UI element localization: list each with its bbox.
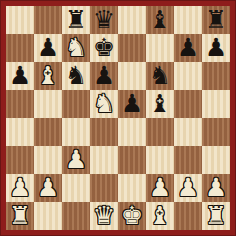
chess-board: ♜♛♝♜♟♞♚♟♟♟♝♞♟♞♞♟♝♟♟♟♟♟♟♜♛♚♝♜: [6, 6, 230, 230]
square-g3[interactable]: [174, 146, 202, 174]
white-pawn-f2: ♟: [149, 174, 171, 202]
square-g8[interactable]: [174, 6, 202, 34]
square-d6[interactable]: ♟: [90, 62, 118, 90]
square-b5[interactable]: [34, 90, 62, 118]
square-f6[interactable]: ♞: [146, 62, 174, 90]
white-bishop-b6: ♝: [37, 62, 59, 90]
square-d3[interactable]: [90, 146, 118, 174]
white-pawn-c3: ♟: [65, 146, 87, 174]
black-pawn-a6: ♟: [9, 62, 31, 90]
square-b4[interactable]: [34, 118, 62, 146]
black-pawn-d6: ♟: [93, 62, 115, 90]
black-pawn-b7: ♟: [37, 34, 59, 62]
square-b3[interactable]: [34, 146, 62, 174]
square-h4[interactable]: [202, 118, 230, 146]
chess-board-frame: ♜♛♝♜♟♞♚♟♟♟♝♞♟♞♞♟♝♟♟♟♟♟♟♜♛♚♝♜: [0, 0, 236, 236]
square-a5[interactable]: [6, 90, 34, 118]
square-g6[interactable]: [174, 62, 202, 90]
black-pawn-h7: ♟: [205, 34, 227, 62]
square-e1[interactable]: ♚: [118, 202, 146, 230]
black-bishop-f5: ♝: [149, 90, 171, 118]
square-c3[interactable]: ♟: [62, 146, 90, 174]
square-c1[interactable]: [62, 202, 90, 230]
square-e3[interactable]: [118, 146, 146, 174]
square-h2[interactable]: ♟: [202, 174, 230, 202]
white-pawn-a2: ♟: [9, 174, 31, 202]
black-knight-f6: ♞: [149, 62, 171, 90]
square-c6[interactable]: ♞: [62, 62, 90, 90]
square-a1[interactable]: ♜: [6, 202, 34, 230]
square-c8[interactable]: ♜: [62, 6, 90, 34]
square-c2[interactable]: [62, 174, 90, 202]
white-knight-c7: ♞: [65, 34, 87, 62]
square-e7[interactable]: [118, 34, 146, 62]
square-h8[interactable]: ♜: [202, 6, 230, 34]
square-a8[interactable]: [6, 6, 34, 34]
square-c5[interactable]: [62, 90, 90, 118]
square-f8[interactable]: ♝: [146, 6, 174, 34]
white-pawn-h2: ♟: [205, 174, 227, 202]
square-a2[interactable]: ♟: [6, 174, 34, 202]
square-e5[interactable]: ♟: [118, 90, 146, 118]
square-d2[interactable]: [90, 174, 118, 202]
black-knight-c6: ♞: [65, 62, 87, 90]
black-rook-h8: ♜: [205, 6, 227, 34]
black-bishop-f8: ♝: [149, 6, 171, 34]
square-d4[interactable]: [90, 118, 118, 146]
square-e8[interactable]: [118, 6, 146, 34]
square-f4[interactable]: [146, 118, 174, 146]
black-pawn-e5: ♟: [121, 90, 143, 118]
square-h3[interactable]: [202, 146, 230, 174]
white-pawn-b2: ♟: [37, 174, 59, 202]
square-a3[interactable]: [6, 146, 34, 174]
square-f1[interactable]: ♝: [146, 202, 174, 230]
white-knight-d5: ♞: [93, 90, 115, 118]
square-f7[interactable]: [146, 34, 174, 62]
square-b2[interactable]: ♟: [34, 174, 62, 202]
white-rook-a1: ♜: [9, 202, 31, 230]
square-d1[interactable]: ♛: [90, 202, 118, 230]
square-e2[interactable]: [118, 174, 146, 202]
square-c4[interactable]: [62, 118, 90, 146]
square-f3[interactable]: [146, 146, 174, 174]
square-e4[interactable]: [118, 118, 146, 146]
square-h5[interactable]: [202, 90, 230, 118]
square-f2[interactable]: ♟: [146, 174, 174, 202]
square-b7[interactable]: ♟: [34, 34, 62, 62]
black-queen-d8: ♛: [93, 6, 115, 34]
square-h7[interactable]: ♟: [202, 34, 230, 62]
white-queen-d1: ♛: [93, 202, 115, 230]
square-g2[interactable]: ♟: [174, 174, 202, 202]
black-king-d7: ♚: [93, 34, 115, 62]
square-d8[interactable]: ♛: [90, 6, 118, 34]
square-b1[interactable]: [34, 202, 62, 230]
white-rook-h1: ♜: [205, 202, 227, 230]
square-g1[interactable]: [174, 202, 202, 230]
black-pawn-g7: ♟: [177, 34, 199, 62]
square-a6[interactable]: ♟: [6, 62, 34, 90]
square-h1[interactable]: ♜: [202, 202, 230, 230]
square-a4[interactable]: [6, 118, 34, 146]
square-h6[interactable]: [202, 62, 230, 90]
square-b8[interactable]: [34, 6, 62, 34]
square-g7[interactable]: ♟: [174, 34, 202, 62]
square-d5[interactable]: ♞: [90, 90, 118, 118]
square-e6[interactable]: [118, 62, 146, 90]
square-g5[interactable]: [174, 90, 202, 118]
black-rook-c8: ♜: [65, 6, 87, 34]
white-pawn-g2: ♟: [177, 174, 199, 202]
square-c7[interactable]: ♞: [62, 34, 90, 62]
white-king-e1: ♚: [121, 202, 143, 230]
square-f5[interactable]: ♝: [146, 90, 174, 118]
square-b6[interactable]: ♝: [34, 62, 62, 90]
square-g4[interactable]: [174, 118, 202, 146]
square-a7[interactable]: [6, 34, 34, 62]
white-bishop-f1: ♝: [149, 202, 171, 230]
square-d7[interactable]: ♚: [90, 34, 118, 62]
